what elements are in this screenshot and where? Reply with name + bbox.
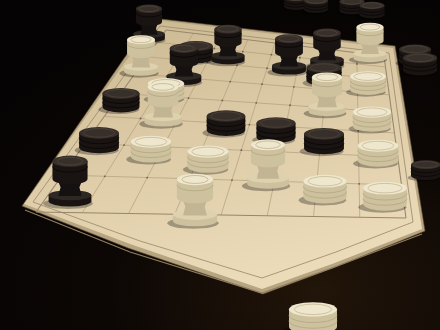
cell-c3[interactable]: [172, 96, 210, 112]
cell-h7[interactable]: [356, 176, 407, 203]
cell-d6[interactable]: [189, 146, 234, 169]
cell-d7[interactable]: [182, 167, 230, 193]
cell-g8[interactable]: [315, 198, 366, 229]
cell-h5[interactable]: [348, 135, 392, 156]
cell-f6[interactable]: [272, 150, 314, 173]
cell-d8[interactable]: [174, 190, 226, 220]
cell-g3[interactable]: [309, 102, 345, 119]
piece-white-man-offboard-35[interactable]: [284, 302, 337, 330]
cell-e6[interactable]: [230, 148, 273, 171]
grid-intersection-dot: [266, 67, 268, 69]
cell-f7[interactable]: [270, 171, 315, 198]
piece-black-man-offboard-2[interactable]: [301, 0, 328, 14]
cell-g7[interactable]: [314, 174, 361, 201]
cell-g5[interactable]: [311, 133, 352, 154]
cell-c4[interactable]: [165, 110, 206, 128]
grid-intersection-dot: [270, 54, 272, 56]
cell-e5[interactable]: [234, 130, 274, 150]
cell-d2[interactable]: [210, 84, 245, 99]
cell-d3[interactable]: [206, 97, 243, 113]
cell-h8[interactable]: [361, 201, 416, 232]
grid-intersection-dot: [242, 51, 244, 53]
cell-h3[interactable]: [342, 103, 381, 120]
photo-stage: [0, 0, 440, 330]
cell-f3[interactable]: [275, 100, 310, 116]
cell-e3[interactable]: [240, 99, 276, 115]
cell-c2[interactable]: [178, 83, 214, 97]
cell-c6[interactable]: [149, 144, 196, 166]
cell-c7[interactable]: [139, 165, 189, 191]
cell-d5[interactable]: [195, 128, 237, 148]
cell-h6[interactable]: [352, 154, 399, 178]
cell-f4[interactable]: [274, 115, 311, 133]
cell-c5[interactable]: [157, 127, 200, 147]
cell-g6[interactable]: [312, 152, 356, 176]
cell-g4[interactable]: [310, 117, 349, 136]
grid-intersection-dot: [299, 57, 301, 59]
cell-f8[interactable]: [269, 195, 317, 226]
piece-black-man-offboard-11[interactable]: [399, 53, 437, 77]
cell-h4[interactable]: [345, 118, 386, 137]
piece-black-man-offboard-29[interactable]: [408, 160, 440, 181]
grid-intersection-dot: [213, 48, 215, 50]
cell-c8[interactable]: [128, 188, 182, 217]
cell-f2[interactable]: [276, 87, 309, 102]
cell-f5[interactable]: [273, 132, 312, 153]
cell-e7[interactable]: [226, 169, 272, 195]
cell-d4[interactable]: [201, 112, 240, 130]
cell-g2[interactable]: [308, 88, 342, 103]
piece-black-man-offboard-4[interactable]: [357, 2, 385, 20]
cell-e8[interactable]: [221, 193, 270, 223]
cell-e4[interactable]: [237, 114, 275, 132]
cell-e2[interactable]: [243, 86, 277, 101]
